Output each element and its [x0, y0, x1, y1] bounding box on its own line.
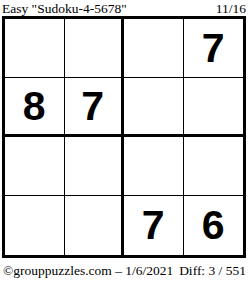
- cell-r4c2[interactable]: [65, 196, 125, 255]
- difficulty-text: Diff: 3 / 551: [179, 263, 246, 278]
- cell-r2c3[interactable]: [124, 78, 184, 137]
- cell-r2c2: 7: [65, 78, 125, 137]
- cell-r3c4[interactable]: [184, 137, 244, 196]
- cell-r3c3[interactable]: [124, 137, 184, 196]
- cell-r2c1: 8: [5, 78, 65, 137]
- cell-r2c4[interactable]: [184, 78, 244, 137]
- puzzle-header: Easy "Sudoku-4-5678" 11/16: [0, 0, 248, 16]
- copyright-text: ©grouppuzzles.com – 1/6/2021: [3, 263, 173, 278]
- cell-r1c2[interactable]: [65, 19, 125, 78]
- cell-r1c3[interactable]: [124, 19, 184, 78]
- puzzle-index: 11/16: [216, 2, 246, 16]
- puzzle-title: Easy "Sudoku-4-5678": [2, 2, 127, 16]
- puzzle-footer: ©grouppuzzles.com – 1/6/2021 Diff: 3 / 5…: [0, 258, 248, 278]
- cell-r1c4: 7: [184, 19, 244, 78]
- cell-r3c2[interactable]: [65, 137, 125, 196]
- sudoku-puzzle-page: Easy "Sudoku-4-5678" 11/16 7 8 7 7 6 ©gr…: [0, 0, 248, 282]
- cell-r1c1[interactable]: [5, 19, 65, 78]
- cell-r4c4: 6: [184, 196, 244, 255]
- cell-r4c1[interactable]: [5, 196, 65, 255]
- sudoku-board: 7 8 7 7 6: [2, 16, 246, 258]
- cell-r3c1[interactable]: [5, 137, 65, 196]
- cell-r4c3: 7: [124, 196, 184, 255]
